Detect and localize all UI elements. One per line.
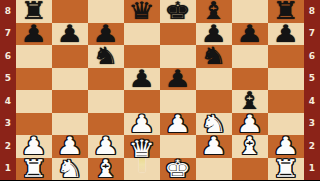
piece-white-pawn-h2: ♟ xyxy=(273,135,300,157)
square-e2[interactable] xyxy=(160,135,196,158)
rank-label-4-left: 4 xyxy=(0,90,16,113)
rank-label-5-right: 5 xyxy=(304,68,320,91)
square-g6[interactable] xyxy=(232,45,268,68)
piece-black-pawn-f7: ♟ xyxy=(201,23,228,45)
rank-label-2-right: 2 xyxy=(304,135,320,158)
piece-black-pawn-a7: ♟ xyxy=(21,23,48,45)
square-e4[interactable] xyxy=(160,90,196,113)
square-f7[interactable]: ♟ xyxy=(196,23,232,46)
piece-black-rook-h8: ♜ xyxy=(273,0,300,22)
square-g5[interactable] xyxy=(232,68,268,91)
piece-white-rook-h1: ♜ xyxy=(273,158,300,180)
square-f3[interactable]: ♞ xyxy=(196,113,232,136)
piece-black-pawn-g7: ♟ xyxy=(237,23,264,45)
piece-white-king-e1: ♚ xyxy=(165,158,192,180)
square-g1[interactable] xyxy=(232,158,268,181)
square-d3[interactable]: ♟ xyxy=(124,113,160,136)
piece-white-rook-a1: ♜ xyxy=(21,158,48,180)
square-g3[interactable]: ♟ xyxy=(232,113,268,136)
rank-label-3-right: 3 xyxy=(304,113,320,136)
square-h1[interactable]: ♜ xyxy=(268,158,304,181)
piece-white-pawn-d3: ♟ xyxy=(129,113,156,135)
piece-white-pawn-b2: ♟ xyxy=(57,135,84,157)
square-h2[interactable]: ♟ xyxy=(268,135,304,158)
square-b6[interactable] xyxy=(52,45,88,68)
rank-label-6-left: 6 xyxy=(0,45,16,68)
square-b5[interactable] xyxy=(52,68,88,91)
piece-white-bishop-g2: ♝ xyxy=(237,135,264,157)
square-c8[interactable] xyxy=(88,0,124,23)
square-f8[interactable]: ♝ xyxy=(196,0,232,23)
square-d8[interactable]: ♛ xyxy=(124,0,160,23)
piece-black-king-e8: ♚ xyxy=(165,0,192,22)
square-b4[interactable] xyxy=(52,90,88,113)
queen-motion-trail xyxy=(139,155,145,172)
square-b8[interactable] xyxy=(52,0,88,23)
square-e5[interactable]: ♟ xyxy=(160,68,196,91)
rank-label-8-right: 8 xyxy=(304,0,320,23)
square-d7[interactable] xyxy=(124,23,160,46)
square-c4[interactable] xyxy=(88,90,124,113)
piece-white-pawn-c2: ♟ xyxy=(93,135,120,157)
rank-label-6-right: 6 xyxy=(304,45,320,68)
piece-white-knight-b1: ♞ xyxy=(57,158,84,180)
piece-black-rook-a8: ♜ xyxy=(21,0,48,22)
square-e8[interactable]: ♚ xyxy=(160,0,196,23)
piece-black-pawn-e5: ♟ xyxy=(165,68,192,90)
square-c2[interactable]: ♟ xyxy=(88,135,124,158)
square-h5[interactable] xyxy=(268,68,304,91)
chess-board: ♜♛♚♝♜♟♟♟♟♟♟♞♞♟♟♝♟♟♞♟♟♟♟♛♟♝♟♜♞♝♚♜ xyxy=(16,0,304,180)
square-c3[interactable] xyxy=(88,113,124,136)
square-e3[interactable]: ♟ xyxy=(160,113,196,136)
square-h7[interactable]: ♟ xyxy=(268,23,304,46)
square-a6[interactable] xyxy=(16,45,52,68)
piece-black-knight-f6: ♞ xyxy=(201,45,228,67)
rank-label-5-left: 5 xyxy=(0,68,16,91)
piece-black-pawn-d5: ♟ xyxy=(129,68,156,90)
rank-label-3-left: 3 xyxy=(0,113,16,136)
piece-black-queen-d8: ♛ xyxy=(129,0,156,22)
square-h4[interactable] xyxy=(268,90,304,113)
square-a1[interactable]: ♜ xyxy=(16,158,52,181)
rank-label-1-left: 1 xyxy=(0,158,16,181)
square-b3[interactable] xyxy=(52,113,88,136)
rank-labels-left: 87654321 xyxy=(0,0,16,180)
square-f4[interactable] xyxy=(196,90,232,113)
square-f5[interactable] xyxy=(196,68,232,91)
square-a5[interactable] xyxy=(16,68,52,91)
rank-label-7-left: 7 xyxy=(0,23,16,46)
square-a4[interactable] xyxy=(16,90,52,113)
square-d6[interactable] xyxy=(124,45,160,68)
piece-white-pawn-f2: ♟ xyxy=(201,135,228,157)
square-e1[interactable]: ♚ xyxy=(160,158,196,181)
square-g2[interactable]: ♝ xyxy=(232,135,268,158)
square-h6[interactable] xyxy=(268,45,304,68)
square-d1[interactable] xyxy=(124,158,160,181)
square-g7[interactable]: ♟ xyxy=(232,23,268,46)
piece-black-knight-c6: ♞ xyxy=(93,45,120,67)
square-f2[interactable]: ♟ xyxy=(196,135,232,158)
piece-black-pawn-b7: ♟ xyxy=(57,23,84,45)
rank-labels-right: 87654321 xyxy=(304,0,320,180)
square-a3[interactable] xyxy=(16,113,52,136)
square-a8[interactable]: ♜ xyxy=(16,0,52,23)
square-a7[interactable]: ♟ xyxy=(16,23,52,46)
rank-label-8-left: 8 xyxy=(0,0,16,23)
rank-label-1-right: 1 xyxy=(304,158,320,181)
square-h8[interactable]: ♜ xyxy=(268,0,304,23)
rank-label-4-right: 4 xyxy=(304,90,320,113)
piece-white-pawn-g3: ♟ xyxy=(237,113,264,135)
square-f1[interactable] xyxy=(196,158,232,181)
rank-label-2-left: 2 xyxy=(0,135,16,158)
square-e7[interactable] xyxy=(160,23,196,46)
square-e6[interactable] xyxy=(160,45,196,68)
square-b1[interactable]: ♞ xyxy=(52,158,88,181)
square-g4[interactable]: ♝ xyxy=(232,90,268,113)
chessboard-diagram: 87654321 ♜♛♚♝♜♟♟♟♟♟♟♞♞♟♟♝♟♟♞♟♟♟♟♛♟♝♟♜♞♝♚… xyxy=(0,0,320,180)
square-g8[interactable] xyxy=(232,0,268,23)
piece-white-bishop-c1: ♝ xyxy=(93,158,120,180)
square-c7[interactable]: ♟ xyxy=(88,23,124,46)
piece-white-pawn-a2: ♟ xyxy=(21,135,48,157)
piece-black-pawn-c7: ♟ xyxy=(93,23,120,45)
square-c6[interactable]: ♞ xyxy=(88,45,124,68)
square-f6[interactable]: ♞ xyxy=(196,45,232,68)
square-h3[interactable] xyxy=(268,113,304,136)
square-c1[interactable]: ♝ xyxy=(88,158,124,181)
square-d4[interactable] xyxy=(124,90,160,113)
square-b2[interactable]: ♟ xyxy=(52,135,88,158)
square-d5[interactable]: ♟ xyxy=(124,68,160,91)
square-c5[interactable] xyxy=(88,68,124,91)
piece-white-knight-f3: ♞ xyxy=(201,113,228,135)
square-a2[interactable]: ♟ xyxy=(16,135,52,158)
square-b7[interactable]: ♟ xyxy=(52,23,88,46)
piece-black-bishop-f8: ♝ xyxy=(201,0,228,22)
piece-black-bishop-g4: ♝ xyxy=(237,90,264,112)
piece-white-pawn-e3: ♟ xyxy=(165,113,192,135)
rank-label-7-right: 7 xyxy=(304,23,320,46)
piece-black-pawn-h7: ♟ xyxy=(273,23,300,45)
